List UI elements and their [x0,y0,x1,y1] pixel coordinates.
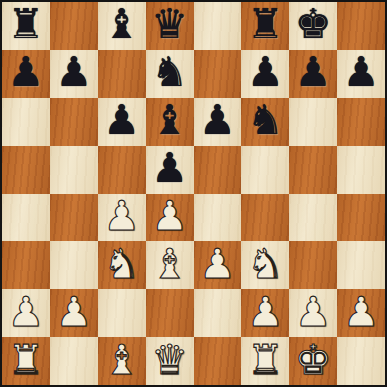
square-e5[interactable] [194,146,242,194]
square-h2[interactable]: ♟ [337,289,385,337]
piece-black-pawn[interactable]: ♟ [247,52,284,93]
piece-black-pawn[interactable]: ♟ [343,52,380,93]
piece-white-pawn[interactable]: ♟ [55,292,92,333]
piece-black-knight[interactable]: ♞ [151,52,188,93]
square-d6[interactable]: ♝ [146,98,194,146]
piece-white-knight[interactable]: ♞ [247,244,284,285]
square-f1[interactable]: ♜ [241,337,289,385]
square-e3[interactable]: ♟ [194,241,242,289]
square-e2[interactable] [194,289,242,337]
square-g7[interactable]: ♟ [289,50,337,98]
square-g4[interactable] [289,194,337,242]
square-b6[interactable] [50,98,98,146]
square-a3[interactable] [2,241,50,289]
square-g3[interactable] [289,241,337,289]
piece-black-pawn[interactable]: ♟ [151,148,188,189]
piece-white-pawn[interactable]: ♟ [295,292,332,333]
square-c3[interactable]: ♞ [98,241,146,289]
square-a7[interactable]: ♟ [2,50,50,98]
piece-white-pawn[interactable]: ♟ [8,292,45,333]
piece-white-queen[interactable]: ♛ [151,340,188,381]
square-h1[interactable] [337,337,385,385]
piece-white-rook[interactable]: ♜ [8,340,45,381]
square-c2[interactable] [98,289,146,337]
piece-black-knight[interactable]: ♞ [247,100,284,141]
square-d7[interactable]: ♞ [146,50,194,98]
piece-white-king[interactable]: ♚ [295,340,332,381]
square-b3[interactable] [50,241,98,289]
square-c8[interactable]: ♝ [98,2,146,50]
piece-black-queen[interactable]: ♛ [151,4,188,45]
piece-white-pawn[interactable]: ♟ [343,292,380,333]
chess-app: ♜♝♛♜♚♟♟♞♟♟♟♟♝♟♞♟♟♟♞♝♟♞♟♟♟♟♟♜♝♛♜♚ [0,0,387,387]
square-d5[interactable]: ♟ [146,146,194,194]
square-b8[interactable] [50,2,98,50]
square-a6[interactable] [2,98,50,146]
square-a8[interactable]: ♜ [2,2,50,50]
piece-black-pawn[interactable]: ♟ [199,100,236,141]
square-g1[interactable]: ♚ [289,337,337,385]
piece-black-king[interactable]: ♚ [295,4,332,45]
square-f2[interactable]: ♟ [241,289,289,337]
square-c1[interactable]: ♝ [98,337,146,385]
square-d3[interactable]: ♝ [146,241,194,289]
square-g8[interactable]: ♚ [289,2,337,50]
square-b4[interactable] [50,194,98,242]
square-e1[interactable] [194,337,242,385]
square-d8[interactable]: ♛ [146,2,194,50]
square-b7[interactable]: ♟ [50,50,98,98]
square-f3[interactable]: ♞ [241,241,289,289]
board-frame: ♜♝♛♜♚♟♟♞♟♟♟♟♝♟♞♟♟♟♞♝♟♞♟♟♟♟♟♜♝♛♜♚ [0,0,387,387]
square-f6[interactable]: ♞ [241,98,289,146]
square-a2[interactable]: ♟ [2,289,50,337]
piece-black-pawn[interactable]: ♟ [295,52,332,93]
square-c6[interactable]: ♟ [98,98,146,146]
square-f4[interactable] [241,194,289,242]
piece-white-bishop[interactable]: ♝ [103,340,140,381]
square-g2[interactable]: ♟ [289,289,337,337]
square-h6[interactable] [337,98,385,146]
piece-white-pawn[interactable]: ♟ [103,196,140,237]
square-b5[interactable] [50,146,98,194]
square-h5[interactable] [337,146,385,194]
piece-white-pawn[interactable]: ♟ [151,196,188,237]
square-b1[interactable] [50,337,98,385]
square-a5[interactable] [2,146,50,194]
piece-black-pawn[interactable]: ♟ [8,52,45,93]
square-b2[interactable]: ♟ [50,289,98,337]
piece-black-rook[interactable]: ♜ [247,4,284,45]
square-c5[interactable] [98,146,146,194]
square-d2[interactable] [146,289,194,337]
piece-black-pawn[interactable]: ♟ [103,100,140,141]
square-h8[interactable] [337,2,385,50]
square-h4[interactable] [337,194,385,242]
square-h7[interactable]: ♟ [337,50,385,98]
piece-white-bishop[interactable]: ♝ [151,244,188,285]
square-c4[interactable]: ♟ [98,194,146,242]
square-c7[interactable] [98,50,146,98]
piece-white-pawn[interactable]: ♟ [247,292,284,333]
square-d4[interactable]: ♟ [146,194,194,242]
piece-black-bishop[interactable]: ♝ [151,100,188,141]
square-e7[interactable] [194,50,242,98]
square-a1[interactable]: ♜ [2,337,50,385]
square-g5[interactable] [289,146,337,194]
piece-black-rook[interactable]: ♜ [8,4,45,45]
square-h3[interactable] [337,241,385,289]
square-e6[interactable]: ♟ [194,98,242,146]
square-a4[interactable] [2,194,50,242]
piece-white-knight[interactable]: ♞ [103,244,140,285]
square-f5[interactable] [241,146,289,194]
piece-black-bishop[interactable]: ♝ [103,4,140,45]
piece-white-rook[interactable]: ♜ [247,340,284,381]
chess-board[interactable]: ♜♝♛♜♚♟♟♞♟♟♟♟♝♟♞♟♟♟♞♝♟♞♟♟♟♟♟♜♝♛♜♚ [2,2,385,385]
piece-white-pawn[interactable]: ♟ [199,244,236,285]
square-f7[interactable]: ♟ [241,50,289,98]
square-e4[interactable] [194,194,242,242]
square-e8[interactable] [194,2,242,50]
square-g6[interactable] [289,98,337,146]
square-f8[interactable]: ♜ [241,2,289,50]
piece-black-pawn[interactable]: ♟ [55,52,92,93]
square-d1[interactable]: ♛ [146,337,194,385]
